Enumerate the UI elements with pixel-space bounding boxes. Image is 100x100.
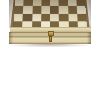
board-square — [68, 6, 77, 13]
board-square — [50, 6, 59, 13]
brass-clasp-tongue — [49, 36, 53, 43]
product-photo-canvas — [0, 0, 100, 100]
board-square — [77, 13, 87, 21]
drop-shadow — [11, 44, 89, 47]
board-square — [68, 13, 77, 21]
board-square — [50, 13, 59, 21]
board-square — [41, 13, 50, 21]
board-square — [14, 13, 24, 21]
board-field-clip — [9, 0, 91, 28]
chess-board-photo — [9, 0, 91, 47]
board-square — [23, 13, 32, 21]
board-square — [59, 13, 68, 21]
board-square — [14, 6, 23, 13]
board-square — [32, 6, 41, 13]
board-square — [59, 6, 68, 13]
board-square — [41, 6, 50, 13]
board-square — [77, 6, 86, 13]
chess-board-grid — [13, 0, 87, 28]
board-square — [23, 6, 32, 13]
board-square — [32, 13, 41, 21]
